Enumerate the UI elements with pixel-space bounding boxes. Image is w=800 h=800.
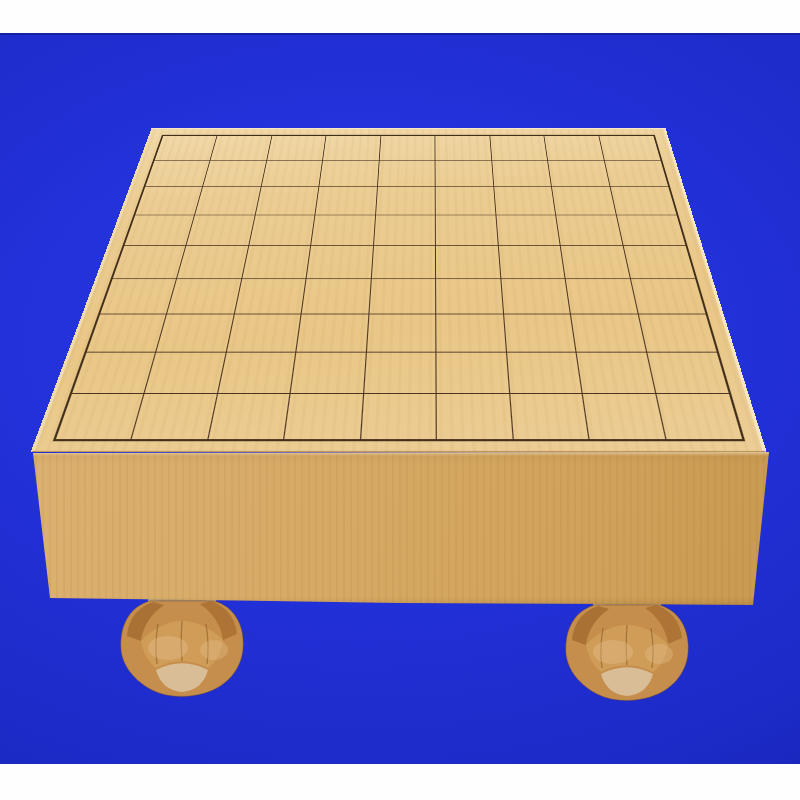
grid-cell [113, 246, 187, 279]
grid-cell [561, 246, 631, 279]
grid-cell [167, 279, 242, 314]
grid-cell [617, 216, 686, 246]
grid-cell [437, 352, 510, 393]
grid-cell [132, 394, 218, 439]
grid-cell [145, 352, 227, 393]
left-leg [121, 590, 243, 696]
grid-cell [436, 187, 496, 215]
grid-cell [367, 314, 437, 352]
grid-cell [647, 352, 729, 393]
grid-cell [208, 394, 291, 439]
grid-cell [376, 187, 436, 215]
photo-stage [0, 0, 800, 800]
grid-cell [87, 314, 168, 352]
grid-cell [218, 352, 297, 393]
grid-cell [135, 187, 203, 215]
grid-cell [249, 216, 316, 246]
grid-cell [436, 279, 503, 314]
grid-cell [436, 216, 499, 246]
board-top-face [31, 128, 767, 452]
grid-cell [436, 246, 501, 279]
grid-cell [507, 352, 583, 393]
grid-cell [291, 352, 367, 393]
right-leg [566, 594, 688, 700]
grid-cell [544, 136, 604, 161]
grid-cell [267, 136, 327, 161]
grid-cell [372, 246, 437, 279]
grid-cell [187, 216, 256, 246]
grid-cell [599, 136, 661, 161]
grid-cell [72, 352, 157, 393]
grid-cell [316, 187, 378, 215]
grid-cell [379, 136, 435, 161]
grid-cell [610, 187, 676, 215]
grid-cell [583, 394, 666, 439]
grid-cell [195, 187, 261, 215]
grid-cell [364, 352, 437, 393]
grid-cell [638, 314, 716, 352]
grid-cell [124, 216, 195, 246]
grid-cell [504, 314, 577, 352]
grid-cell [492, 161, 552, 188]
grid-cell [494, 187, 556, 215]
grid-cell [177, 246, 249, 279]
grid-cell [436, 161, 494, 188]
grid-cell [56, 394, 145, 439]
grid-cell [227, 314, 302, 352]
grid-cell [211, 136, 272, 161]
grid-cell [307, 246, 374, 279]
grid-cell [145, 161, 211, 188]
grid-cell [510, 394, 590, 439]
grid-cell [369, 279, 436, 314]
grid-cell [623, 246, 695, 279]
grid-cell [157, 314, 235, 352]
grid-cell [242, 246, 311, 279]
grid-cell [552, 187, 616, 215]
grid-cell [437, 394, 513, 439]
grid-cell [490, 136, 548, 161]
grid-cell [548, 161, 610, 188]
grid-cell [302, 279, 372, 314]
grid-cell [235, 279, 307, 314]
grid-cell [630, 279, 705, 314]
grid-cell [320, 161, 380, 188]
grid-cell [361, 394, 437, 439]
grid-cell [501, 279, 571, 314]
grid-cell [297, 314, 370, 352]
grid-cell [374, 216, 436, 246]
grid-cell [323, 136, 381, 161]
grid-cell [571, 314, 647, 352]
grid-cell [203, 161, 267, 188]
grid-cell [496, 216, 561, 246]
grid-cell [261, 161, 323, 188]
shogi-grid [53, 135, 745, 442]
board-front-face [0, 451, 800, 609]
grid-cell [285, 394, 364, 439]
grid-cell [656, 394, 742, 439]
grid-cell [255, 187, 319, 215]
grid-cell [436, 136, 492, 161]
grid-cell [604, 161, 668, 188]
grid-cell [556, 216, 623, 246]
grid-cell [378, 161, 436, 188]
grid-cell [437, 314, 507, 352]
grid-cell [155, 136, 218, 161]
grid-cell [566, 279, 639, 314]
grid-cell [577, 352, 656, 393]
grid-cell [100, 279, 177, 314]
grid-cell [311, 216, 375, 246]
grid-cell [498, 246, 565, 279]
